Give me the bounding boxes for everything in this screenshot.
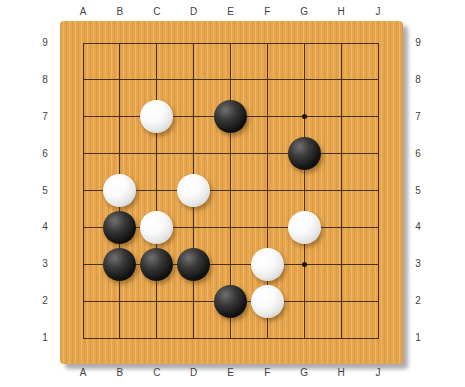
coord-label-bottom-C: C xyxy=(147,367,167,379)
coord-label-bottom-F: F xyxy=(257,367,277,379)
go-diagram-page: ○●●○○●○○●●●○●○ AABBCCDDEEFFGGHHJJ9988776… xyxy=(0,0,465,387)
hoshi-G7 xyxy=(302,114,307,119)
black-stone-G6: ● xyxy=(288,137,321,170)
grid-line xyxy=(378,43,379,339)
coord-label-left-1: 1 xyxy=(38,332,52,344)
coord-label-top-H: H xyxy=(331,6,351,18)
grid-line xyxy=(304,43,305,339)
coord-label-top-E: E xyxy=(221,6,241,18)
coord-label-right-8: 8 xyxy=(411,74,425,86)
white-stone-C4: ○ xyxy=(140,211,173,244)
black-stone-C3: ● xyxy=(140,248,173,281)
coord-label-left-4: 4 xyxy=(38,221,52,233)
coord-label-top-F: F xyxy=(257,6,277,18)
white-stone-D5: ○ xyxy=(177,174,210,207)
black-stone-E2: ● xyxy=(214,285,247,318)
hoshi-G3 xyxy=(302,262,307,267)
white-stone-F2: ○ xyxy=(251,285,284,318)
coord-label-right-6: 6 xyxy=(411,148,425,160)
coord-label-top-J: J xyxy=(368,6,388,18)
coord-label-left-6: 6 xyxy=(38,148,52,160)
black-stone-B3: ● xyxy=(103,248,136,281)
coord-label-left-2: 2 xyxy=(38,295,52,307)
go-board[interactable]: ○●●○○●○○●●●○●○ xyxy=(60,21,403,364)
black-stone-B4: ● xyxy=(103,211,136,244)
coord-label-bottom-E: E xyxy=(221,367,241,379)
white-stone-F3: ○ xyxy=(251,248,284,281)
coord-label-left-9: 9 xyxy=(38,37,52,49)
coord-label-left-3: 3 xyxy=(38,258,52,270)
coord-label-bottom-A: A xyxy=(73,367,93,379)
coord-label-top-D: D xyxy=(184,6,204,18)
white-stone-G4: ○ xyxy=(288,211,321,244)
coord-label-right-3: 3 xyxy=(411,258,425,270)
coord-label-right-9: 9 xyxy=(411,37,425,49)
grid-line xyxy=(341,43,342,339)
coord-label-left-8: 8 xyxy=(38,74,52,86)
coord-label-bottom-J: J xyxy=(368,367,388,379)
white-stone-B5: ○ xyxy=(103,174,136,207)
coord-label-bottom-H: H xyxy=(331,367,351,379)
coord-label-right-7: 7 xyxy=(411,111,425,123)
coord-label-bottom-D: D xyxy=(184,367,204,379)
coord-label-right-4: 4 xyxy=(411,221,425,233)
coord-label-right-2: 2 xyxy=(411,295,425,307)
coord-label-left-7: 7 xyxy=(38,111,52,123)
coord-label-bottom-G: G xyxy=(294,367,314,379)
coord-label-left-5: 5 xyxy=(38,185,52,197)
coord-label-top-A: A xyxy=(73,6,93,18)
coord-label-top-C: C xyxy=(147,6,167,18)
coord-label-bottom-B: B xyxy=(110,367,130,379)
black-stone-D3: ● xyxy=(177,248,210,281)
white-stone-C7: ○ xyxy=(140,100,173,133)
black-stone-E7: ● xyxy=(214,100,247,133)
coord-label-right-5: 5 xyxy=(411,185,425,197)
coord-label-top-G: G xyxy=(294,6,314,18)
coord-label-top-B: B xyxy=(110,6,130,18)
coord-label-right-1: 1 xyxy=(411,332,425,344)
grid-line xyxy=(83,338,379,339)
